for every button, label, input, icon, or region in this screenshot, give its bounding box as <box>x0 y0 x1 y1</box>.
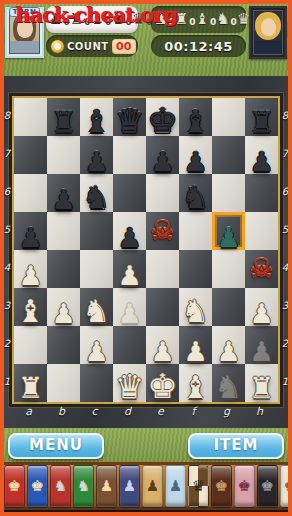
captured-slot-bishop: ♝0 <box>195 12 216 27</box>
cat-red-skin[interactable]: ♞ <box>50 465 71 507</box>
player-black-avatar: TURN <box>5 7 44 58</box>
board-cell-h3[interactable]: ♟ <box>245 288 278 326</box>
white-pawn: ♟ <box>179 338 212 365</box>
queen-icon: ♛ <box>132 12 145 27</box>
bishop-icon: ♝ <box>90 12 103 27</box>
white-knight: ♞ <box>80 296 113 327</box>
white-pawn: ♟ <box>146 338 179 365</box>
board-cell-c2[interactable]: ♟ <box>80 326 113 364</box>
board-cell-f6[interactable]: ♞ <box>179 174 212 212</box>
count-panel: COUNT 00 <box>46 35 138 57</box>
captured-tray-black: ♟0♜0♝0♞0♛0 <box>46 6 138 33</box>
file-label-f: f <box>177 405 210 418</box>
black-pawn: ♟ <box>146 148 179 175</box>
board-cell-a7[interactable] <box>14 136 47 174</box>
white-pawn: ♟ <box>113 262 146 289</box>
player-white-avatar <box>249 6 287 59</box>
player-black-portrait <box>9 11 40 54</box>
rank-label-5: 5 <box>2 210 12 248</box>
rank-label-7: 7 <box>2 134 12 172</box>
board-cell-b6[interactable]: ♟ <box>47 174 80 212</box>
board-cell-a8[interactable] <box>14 98 47 136</box>
rank-label-6: 6 <box>280 172 290 210</box>
white-bishop: ♝ <box>14 296 47 327</box>
file-label-d: d <box>111 405 144 418</box>
captured-tray-white: ♟0♜0♝0♞0♛0 <box>151 6 246 33</box>
board-cell-b5[interactable] <box>47 212 80 250</box>
board-cell-b4[interactable] <box>47 250 80 288</box>
white-pawn: ♟ <box>47 300 80 327</box>
file-label-g: g <box>210 405 243 418</box>
rank-label-8: 8 <box>2 96 12 134</box>
board-cell-e1[interactable]: ♚ <box>146 364 179 402</box>
board-cell-f5[interactable] <box>179 212 212 250</box>
ice-classic-skin[interactable]: ♟ <box>165 465 186 507</box>
ghost-white-pawn: ♟ <box>245 338 278 365</box>
board-cell-d5[interactable]: ♟ <box>113 212 146 250</box>
black-king: ♚ <box>146 103 179 137</box>
board-cell-g5[interactable]: ♟ <box>212 212 245 250</box>
board-cell-h1[interactable]: ♜ <box>245 364 278 402</box>
rank-label-2: 2 <box>2 324 12 362</box>
ghost-white-knight: ♞ <box>212 372 245 403</box>
rank-label-1: 1 <box>280 362 290 400</box>
board-cell-c8[interactable]: ♝ <box>80 98 113 136</box>
black-rook: ♜ <box>245 108 278 137</box>
captured-slot-knight: ♞0 <box>111 12 132 27</box>
board-cell-a3[interactable]: ♝ <box>14 288 47 326</box>
rank-label-2: 2 <box>280 324 290 362</box>
rank-label-5: 5 <box>280 210 290 248</box>
black-pawn: ♟ <box>179 148 212 175</box>
board-cell-e6[interactable] <box>146 174 179 212</box>
white-king: ♚ <box>146 369 179 403</box>
avatar-body <box>254 41 282 54</box>
black-classic-skin[interactable]: ♚ <box>257 465 278 507</box>
count-label: COUNT <box>67 41 109 52</box>
board-cell-d6[interactable] <box>113 174 146 212</box>
board-cell-f1[interactable]: ♝ <box>179 364 212 402</box>
black-pawn: ♟ <box>14 224 47 251</box>
rank-label-1: 1 <box>2 362 12 400</box>
board-cell-c5[interactable] <box>80 212 113 250</box>
board-cell-a2[interactable] <box>14 326 47 364</box>
board-cell-d7[interactable] <box>113 136 146 174</box>
board-cell-h2[interactable]: ♟ <box>245 326 278 364</box>
player-white-portrait <box>253 10 283 55</box>
board-cell-h4[interactable]: ☠ <box>245 250 278 288</box>
board-cell-c1[interactable] <box>80 364 113 402</box>
board-cell-d1[interactable]: ♛ <box>113 364 146 402</box>
board-cell-e2[interactable]: ♟ <box>146 326 179 364</box>
knight-icon: ♞ <box>111 12 124 27</box>
board-cell-g4[interactable] <box>212 250 245 288</box>
white-pawn: ♟ <box>14 262 47 289</box>
file-label-h: h <box>243 405 276 418</box>
board-cell-c6[interactable]: ♞ <box>80 174 113 212</box>
skull-marker: ☠ <box>245 255 278 282</box>
piece-skin-bar: ♚♚♞♞♟♟♟♟♛♚♚♚♚ <box>0 462 292 510</box>
board-cell-g6[interactable] <box>212 174 245 212</box>
board-cell-h5[interactable] <box>245 212 278 250</box>
board-cell-b8[interactable]: ♜ <box>47 98 80 136</box>
board-cell-f4[interactable] <box>179 250 212 288</box>
black-knight: ♞ <box>80 182 113 213</box>
board-cell-d4[interactable]: ♟ <box>113 250 146 288</box>
rank-label-4: 4 <box>280 248 290 286</box>
card-2d-skin[interactable]: ♛ <box>188 465 209 507</box>
white-queen: ♛ <box>113 370 146 403</box>
rook-icon: ♜ <box>70 12 83 27</box>
board-cell-e5[interactable]: ☠ <box>146 212 179 250</box>
black-knight: ♞ <box>179 182 212 213</box>
black-pawn: ♟ <box>245 148 278 175</box>
board-cell-g2[interactable]: ♟ <box>212 326 245 364</box>
white-bishop: ♝ <box>179 372 212 403</box>
red-king-skin[interactable]: ♚ <box>4 465 25 507</box>
white-knight: ♞ <box>179 296 212 327</box>
chess-board: ♜♝♛♚♝♜♟♟♟♟♟♞♞♟♟☠♟♟♟☠♝♟♞♟♞♟♟♟♟♟♟♜♛♚♝♞♜ <box>12 96 280 404</box>
file-label-c: c <box>78 405 111 418</box>
board-cell-d2[interactable] <box>113 326 146 364</box>
board-cell-e3[interactable] <box>146 288 179 326</box>
white-pawn: ♟ <box>80 338 113 365</box>
wood-classic-skin[interactable]: ♟ <box>142 465 163 507</box>
board-cell-b2[interactable] <box>47 326 80 364</box>
count-value-badge: 00 <box>112 39 136 54</box>
ivory-classic-skin[interactable]: ♚ <box>280 465 292 507</box>
item-button[interactable]: ITEM <box>188 433 284 459</box>
file-label-a: a <box>12 405 45 418</box>
pawn-icon: ♟ <box>49 12 62 27</box>
rank-label-7: 7 <box>280 134 290 172</box>
board-cell-d8[interactable]: ♛ <box>113 98 146 136</box>
board-cell-h7[interactable]: ♟ <box>245 136 278 174</box>
bottom-edge <box>0 510 292 516</box>
board-cell-c7[interactable]: ♟ <box>80 136 113 174</box>
rank-label-3: 3 <box>280 286 290 324</box>
black-bishop: ♝ <box>80 106 113 137</box>
board-cell-h6[interactable] <box>245 174 278 212</box>
file-label-e: e <box>144 405 177 418</box>
board-cell-g7[interactable] <box>212 136 245 174</box>
board-cell-a5[interactable]: ♟ <box>14 212 47 250</box>
black-pawn-selected: ♟ <box>212 224 245 251</box>
board-cell-b1[interactable] <box>47 364 80 402</box>
board-cell-f8[interactable]: ♝ <box>179 98 212 136</box>
app-root: TURN ♟0♜0♝0♞0♛0 ♟0♜0♝0♞0♛0 COUNT 00 00:1… <box>0 0 292 516</box>
captured-slot-pawn: ♟0 <box>154 12 175 27</box>
black-pawn: ♟ <box>47 186 80 213</box>
board-cell-c3[interactable]: ♞ <box>80 288 113 326</box>
timer-value: 00:12:45 <box>164 39 233 54</box>
captured-slot-rook: ♜0 <box>70 12 91 27</box>
bishop-icon: ♝ <box>195 12 208 27</box>
white-pawn: ♟ <box>212 338 245 365</box>
board-cell-f2[interactable]: ♟ <box>179 326 212 364</box>
board-cell-g8[interactable] <box>212 98 245 136</box>
captured-slot-pawn: ♟0 <box>49 12 70 27</box>
captured-slot-bishop: ♝0 <box>90 12 111 27</box>
ghost-white-pawn: ♟ <box>113 300 146 327</box>
black-pawn: ♟ <box>80 148 113 175</box>
knight-icon: ♞ <box>216 12 229 27</box>
file-labels: abcdefgh <box>12 405 276 418</box>
file-label-b: b <box>45 405 78 418</box>
navy-hood-skin[interactable]: ♟ <box>119 465 140 507</box>
mahogany-skin[interactable]: ♚ <box>211 465 232 507</box>
rose-skin[interactable]: ♚ <box>234 465 255 507</box>
black-queen: ♛ <box>113 104 146 137</box>
board-cell-d3[interactable]: ♟ <box>113 288 146 326</box>
black-pawn: ♟ <box>113 224 146 251</box>
white-pawn: ♟ <box>245 300 278 327</box>
board-cell-e4[interactable] <box>146 250 179 288</box>
board-cell-e7[interactable]: ♟ <box>146 136 179 174</box>
blue-king-skin[interactable]: ♚ <box>27 465 48 507</box>
timer-panel: 00:12:45 <box>151 35 246 57</box>
captured-slot-knight: ♞0 <box>216 12 237 27</box>
board-cell-a1[interactable]: ♜ <box>14 364 47 402</box>
captured-slot-rook: ♜0 <box>175 12 196 27</box>
board-cell-b3[interactable]: ♟ <box>47 288 80 326</box>
board-cell-b7[interactable] <box>47 136 80 174</box>
black-rook: ♜ <box>47 108 80 137</box>
board-cell-g3[interactable] <box>212 288 245 326</box>
white-rook: ♜ <box>245 374 278 403</box>
board-cell-e8[interactable]: ♚ <box>146 98 179 136</box>
clock-icon <box>51 40 64 53</box>
rook-icon: ♜ <box>175 12 188 27</box>
board-cell-a6[interactable] <box>14 174 47 212</box>
skull-marker: ☠ <box>146 217 179 244</box>
cat-green-skin[interactable]: ♞ <box>73 465 94 507</box>
pawn-icon: ♟ <box>154 12 167 27</box>
board-cell-f3[interactable]: ♞ <box>179 288 212 326</box>
rank-label-6: 6 <box>2 172 12 210</box>
menu-button[interactable]: MENU <box>8 433 104 459</box>
board-cell-f7[interactable]: ♟ <box>179 136 212 174</box>
board-cell-g1[interactable]: ♞ <box>212 364 245 402</box>
white-rook: ♜ <box>14 374 47 403</box>
black-bishop: ♝ <box>179 106 212 137</box>
turn-badge: TURN <box>9 7 41 17</box>
board-cell-h8[interactable]: ♜ <box>245 98 278 136</box>
rank-labels-left: 87654321 <box>2 96 12 400</box>
rank-label-8: 8 <box>280 96 290 134</box>
rank-label-3: 3 <box>2 286 12 324</box>
captured-slot-queen: ♛0 <box>132 12 153 27</box>
board-cell-c4[interactable] <box>80 250 113 288</box>
avatar-face <box>261 18 276 36</box>
rank-label-4: 4 <box>2 248 12 286</box>
rank-labels-right: 87654321 <box>280 96 290 400</box>
brown-hood-skin[interactable]: ♟ <box>96 465 117 507</box>
board-cell-a4[interactable]: ♟ <box>14 250 47 288</box>
avatar-face <box>17 18 33 38</box>
avatar-body <box>10 41 39 53</box>
